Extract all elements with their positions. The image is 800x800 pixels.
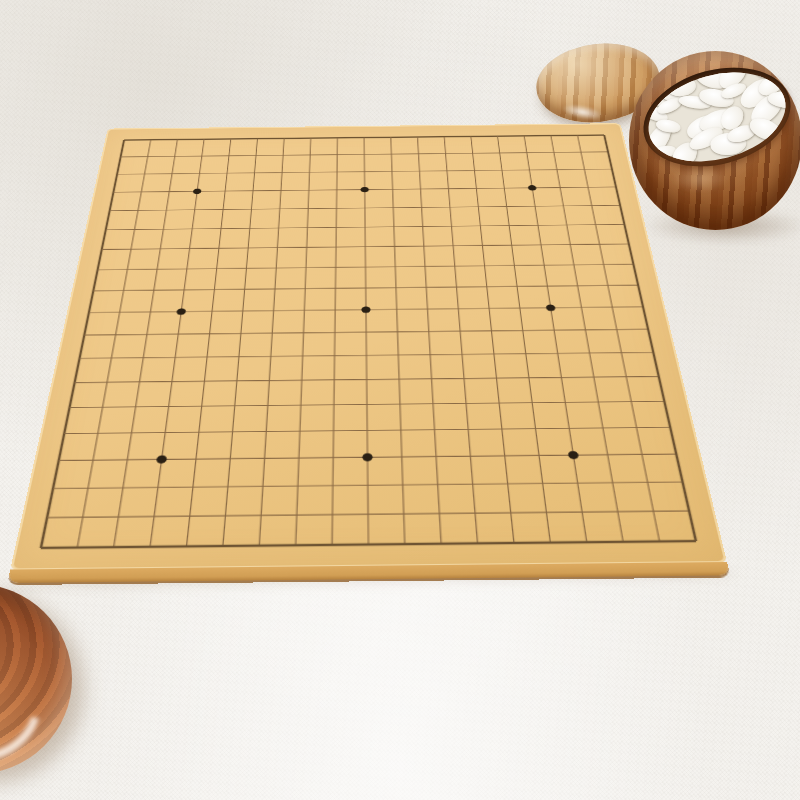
hoshi-point <box>361 306 370 313</box>
grid-line <box>444 137 477 544</box>
board-grid <box>10 123 727 570</box>
white-stones-heap <box>639 58 796 175</box>
hoshi-point <box>528 185 537 190</box>
grid-line <box>296 138 311 545</box>
grid-line <box>551 136 623 542</box>
hoshi-point <box>568 451 579 459</box>
grid-line <box>418 137 442 544</box>
hoshi-point <box>193 189 202 195</box>
hoshi-point <box>156 455 167 463</box>
scene <box>0 0 800 800</box>
board-surface <box>10 123 727 570</box>
grid-line <box>186 139 230 546</box>
grid-line <box>150 139 204 547</box>
grid-line <box>471 136 514 543</box>
grid-line <box>364 138 368 545</box>
go-board-plane <box>7 123 730 583</box>
bowl-highlight <box>671 166 729 192</box>
grid-line <box>332 138 337 545</box>
grid-line <box>259 138 284 545</box>
hoshi-point <box>176 308 186 315</box>
grid-line <box>77 140 150 548</box>
go-board <box>63 5 669 623</box>
hoshi-point <box>546 304 556 311</box>
hoshi-point <box>362 453 372 461</box>
hoshi-point <box>361 187 369 192</box>
stone-bowl <box>629 51 800 230</box>
grid-line <box>114 140 178 548</box>
grid-line <box>524 136 587 542</box>
grid-line <box>498 136 551 542</box>
grid-line <box>391 137 405 544</box>
grid-line <box>223 139 258 546</box>
